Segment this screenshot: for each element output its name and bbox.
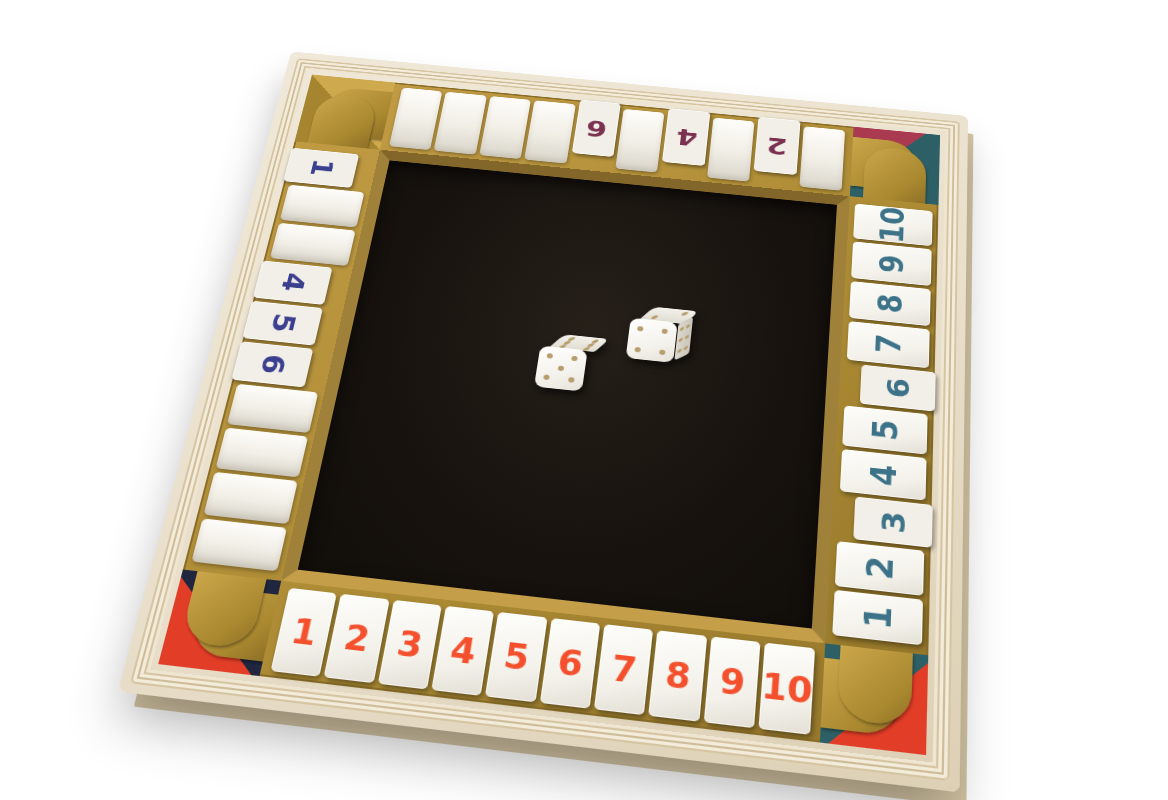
tile-number: 10: [877, 206, 910, 245]
tile-number: 2: [766, 134, 789, 158]
tile-bottom-10[interactable]: 10: [759, 643, 815, 735]
tile-right-3[interactable]: 3: [853, 496, 932, 548]
tile-number: 4: [276, 272, 309, 293]
tile-right-1[interactable]: 1: [832, 589, 923, 645]
tile-left-6[interactable]: 6: [231, 341, 313, 387]
tile-left-7[interactable]: [227, 384, 318, 433]
tile-top-9[interactable]: [434, 92, 487, 155]
tile-number: 6: [584, 116, 608, 139]
tile-top-7[interactable]: [524, 100, 575, 163]
tile-bottom-5[interactable]: 5: [485, 612, 547, 702]
tile-number: 9: [875, 253, 908, 274]
tile-bottom-6[interactable]: 6: [540, 618, 601, 709]
tile-right-5[interactable]: 5: [842, 405, 927, 454]
tile-bottom-9[interactable]: 9: [703, 636, 760, 728]
tile-number: 4: [866, 462, 901, 487]
tile-top-3[interactable]: [707, 118, 755, 182]
corner-bottom-right: [820, 643, 928, 755]
die-pip: [678, 338, 683, 343]
die-pip: [649, 315, 658, 319]
die-pip: [637, 326, 643, 332]
felt-center: [281, 150, 850, 644]
die-2-front-face: [625, 318, 677, 363]
tile-number: 6: [555, 644, 585, 681]
corner-top-left: [295, 75, 396, 150]
tile-number: 1: [306, 158, 337, 178]
tile-bottom-7[interactable]: 7: [594, 624, 653, 715]
tile-number: 6: [883, 376, 914, 399]
tile-number: 5: [266, 312, 299, 334]
die-pip: [634, 347, 641, 353]
die-pip: [543, 375, 550, 381]
tile-top-6[interactable]: 6: [571, 100, 620, 157]
die-pip: [659, 350, 666, 356]
tile-top-10[interactable]: [389, 88, 443, 151]
tile-number: 1: [288, 614, 320, 650]
die-pip: [685, 324, 690, 329]
tile-right-6[interactable]: 6: [860, 364, 936, 411]
tile-number: 5: [502, 638, 532, 675]
tile-left-2[interactable]: [280, 185, 364, 227]
shut-the-box-photo: 642 1456 10987654321 12345678910: [0, 0, 1168, 800]
die-1[interactable]: [534, 330, 592, 391]
tile-top-1[interactable]: [799, 126, 845, 191]
tile-bottom-3[interactable]: 3: [378, 600, 442, 690]
die-pip: [679, 312, 688, 316]
tile-number: 2: [341, 620, 372, 657]
die-pip: [547, 353, 554, 359]
corner-top-right: [850, 127, 940, 205]
die-pip: [572, 356, 579, 362]
corner-bottom-left: [158, 570, 281, 677]
tile-number: 2: [862, 555, 898, 581]
tile-top-5[interactable]: [615, 109, 664, 173]
tile-left-3[interactable]: [270, 223, 356, 267]
gold-tile-tray: 642 1456 10987654321 12345678910: [158, 75, 940, 756]
tile-right-8[interactable]: 8: [849, 281, 931, 326]
tile-left-5[interactable]: 5: [242, 300, 322, 345]
tile-number: 3: [395, 626, 426, 663]
tile-number: 7: [872, 333, 906, 356]
board-perspective-wrap: 642 1456 10987654321 12345678910: [118, 51, 968, 792]
die-pip: [677, 348, 682, 353]
tile-left-10[interactable]: [191, 518, 287, 571]
tile-bottom-8[interactable]: 8: [649, 630, 707, 721]
tile-left-8[interactable]: [216, 427, 309, 477]
tile-left-1[interactable]: 1: [283, 148, 359, 188]
tile-right-2[interactable]: 2: [835, 541, 924, 595]
tile-number: 10: [761, 668, 814, 709]
tile-number: 8: [664, 657, 693, 694]
tile-number: 4: [448, 632, 478, 669]
tile-right-7[interactable]: 7: [847, 321, 930, 368]
tile-top-4[interactable]: 4: [662, 108, 710, 166]
gold-divider: [863, 146, 927, 204]
tile-number: 9: [718, 663, 746, 701]
tile-right-10[interactable]: 10: [853, 204, 932, 247]
die-pip: [568, 377, 575, 383]
tile-left-9[interactable]: [204, 472, 298, 524]
tile-top-8[interactable]: [479, 96, 531, 159]
game-board: 642 1456 10987654321 12345678910: [118, 51, 968, 792]
die-pip: [557, 365, 564, 371]
tile-right-9[interactable]: 9: [851, 242, 932, 286]
tile-number: 4: [675, 125, 699, 149]
die-1-front-face: [534, 345, 588, 391]
die-2-right-face: [674, 317, 693, 361]
tile-bottom-4[interactable]: 4: [431, 606, 494, 696]
die-2[interactable]: [625, 303, 681, 363]
die-pip: [684, 335, 689, 340]
tile-number: 5: [868, 418, 903, 442]
die-pip: [679, 327, 684, 332]
tile-number: 6: [256, 353, 290, 376]
die-pip: [683, 345, 688, 350]
tile-top-2[interactable]: 2: [754, 117, 800, 175]
tile-number: 3: [877, 509, 909, 534]
die-pip: [662, 328, 668, 334]
tile-number: 8: [874, 292, 907, 314]
tile-number: 7: [609, 651, 638, 688]
tile-left-4[interactable]: 4: [253, 261, 332, 305]
tile-number: 1: [860, 604, 897, 631]
tile-right-4[interactable]: 4: [840, 449, 927, 500]
